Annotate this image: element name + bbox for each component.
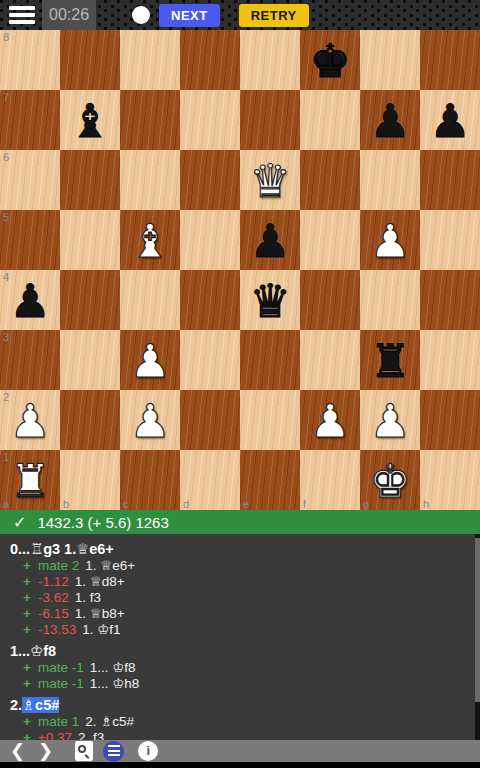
square-b5[interactable] bbox=[60, 210, 120, 270]
analysis-variation-row[interactable]: +-13.531. ♔f1 bbox=[0, 622, 480, 638]
expand-plus-icon[interactable]: + bbox=[23, 730, 31, 740]
eval-value: mate 2 bbox=[38, 558, 79, 573]
rank-label: 3 bbox=[3, 331, 9, 343]
expand-plus-icon[interactable]: + bbox=[23, 606, 31, 621]
variation-move: 1. ♕b8+ bbox=[75, 606, 125, 621]
square-b4[interactable] bbox=[60, 270, 120, 330]
analysis-variation-row[interactable]: +mate -11... ♔f8 bbox=[0, 660, 480, 676]
square-h2[interactable] bbox=[420, 390, 480, 450]
square-f5[interactable] bbox=[300, 210, 360, 270]
square-h5[interactable] bbox=[420, 210, 480, 270]
square-f2[interactable]: ♟ bbox=[300, 390, 360, 450]
eval-value: -1.12 bbox=[38, 574, 69, 589]
square-h3[interactable] bbox=[420, 330, 480, 390]
square-e3[interactable] bbox=[240, 330, 300, 390]
move-text: 1...♔f8 bbox=[10, 643, 56, 659]
square-a1[interactable]: 1a♜ bbox=[0, 450, 60, 510]
eval-value: -13.53 bbox=[38, 622, 76, 637]
square-a7[interactable]: 7 bbox=[0, 90, 60, 150]
square-e4[interactable]: ♛ bbox=[240, 270, 300, 330]
square-g5[interactable]: ♟ bbox=[360, 210, 420, 270]
white-pawn: ♟ bbox=[0, 390, 60, 450]
square-d3[interactable] bbox=[180, 330, 240, 390]
black-pawn: ♟ bbox=[420, 90, 480, 150]
square-c8[interactable] bbox=[120, 30, 180, 90]
square-g1[interactable]: g♚ bbox=[360, 450, 420, 510]
square-g8[interactable] bbox=[360, 30, 420, 90]
white-pawn: ♟ bbox=[120, 390, 180, 450]
move-list-icon[interactable] bbox=[103, 741, 124, 762]
square-f4[interactable] bbox=[300, 270, 360, 330]
eval-value: mate -1 bbox=[38, 676, 84, 691]
eval-value: +0.37 bbox=[38, 730, 72, 740]
rank-label: 2 bbox=[3, 391, 9, 403]
white-pawn: ♟ bbox=[300, 390, 360, 450]
retry-button[interactable]: RETRY bbox=[239, 4, 309, 27]
square-b1[interactable]: b bbox=[60, 450, 120, 510]
rank-label: 5 bbox=[3, 211, 9, 223]
square-b3[interactable] bbox=[60, 330, 120, 390]
rank-label: 7 bbox=[3, 91, 9, 103]
square-c7[interactable] bbox=[120, 90, 180, 150]
prev-move-icon[interactable]: ❮ bbox=[10, 740, 25, 762]
analysis-variation-row[interactable]: +-3.621. f3 bbox=[0, 590, 480, 606]
file-label: b bbox=[63, 498, 69, 510]
variation-move: 2. f3 bbox=[78, 730, 104, 740]
variation-move: 1... ♔h8 bbox=[90, 676, 140, 691]
square-a2[interactable]: 2♟ bbox=[0, 390, 60, 450]
white-king: ♚ bbox=[360, 450, 420, 510]
black-rook: ♜ bbox=[360, 330, 420, 390]
square-e2[interactable] bbox=[240, 390, 300, 450]
analysis-move-header-2[interactable]: 2.♗c5# bbox=[0, 697, 480, 714]
scrollbar-thumb[interactable] bbox=[475, 538, 480, 702]
move-text: 2. bbox=[10, 697, 22, 713]
square-c3[interactable]: ♟ bbox=[120, 330, 180, 390]
analysis-variation-row[interactable]: +-6.151. ♕b8+ bbox=[0, 606, 480, 622]
rank-label: 8 bbox=[3, 31, 9, 43]
black-bishop: ♝ bbox=[60, 90, 120, 150]
square-g4[interactable] bbox=[360, 270, 420, 330]
rank-label: 6 bbox=[3, 151, 9, 163]
file-label: g bbox=[363, 498, 369, 510]
square-c2[interactable]: ♟ bbox=[120, 390, 180, 450]
black-pawn: ♟ bbox=[240, 210, 300, 270]
variation-move: 1. ♔f1 bbox=[82, 622, 120, 637]
square-e6[interactable]: ♛ bbox=[240, 150, 300, 210]
square-f8[interactable]: ♚ bbox=[300, 30, 360, 90]
info-icon[interactable]: i bbox=[138, 741, 158, 761]
check-icon: ✓ bbox=[13, 513, 26, 532]
square-f1[interactable]: f bbox=[300, 450, 360, 510]
square-d5[interactable] bbox=[180, 210, 240, 270]
black-pawn: ♟ bbox=[0, 270, 60, 330]
square-h7[interactable]: ♟ bbox=[420, 90, 480, 150]
square-h1[interactable]: h bbox=[420, 450, 480, 510]
top-bar: 00:26 NEXT RETRY bbox=[0, 0, 480, 30]
analysis-variation-row[interactable]: ++0.372. f3 bbox=[0, 730, 480, 740]
square-e5[interactable]: ♟ bbox=[240, 210, 300, 270]
bottom-black-strip bbox=[0, 762, 480, 768]
black-pawn: ♟ bbox=[360, 90, 420, 150]
expand-plus-icon[interactable]: + bbox=[23, 574, 31, 589]
square-c6[interactable] bbox=[120, 150, 180, 210]
puzzle-clock: 00:26 bbox=[42, 0, 96, 30]
variation-move: 1. f3 bbox=[75, 590, 101, 605]
square-f3[interactable] bbox=[300, 330, 360, 390]
variation-move: 2. ♗c5# bbox=[85, 714, 134, 729]
rank-label: 4 bbox=[3, 271, 9, 283]
analysis-move-header-0[interactable]: 0...♖g3 1.♕e6+ bbox=[0, 541, 480, 558]
file-label: e bbox=[243, 498, 249, 510]
eval-value: mate 1 bbox=[38, 714, 79, 729]
square-h4[interactable] bbox=[420, 270, 480, 330]
analysis-variation-row[interactable]: +mate -11... ♔h8 bbox=[0, 676, 480, 692]
variation-move: 1. ♕e6+ bbox=[85, 558, 135, 573]
analysis-variation-row[interactable]: +mate 21. ♕e6+ bbox=[0, 558, 480, 574]
scrollbar-track bbox=[475, 534, 480, 740]
analysis-variation-row[interactable]: +-1.121. ♕d8+ bbox=[0, 574, 480, 590]
bottom-toolbar: ❮ ❯ i bbox=[0, 740, 480, 762]
app-screen: 00:26 NEXT RETRY 8♚7♝♟♟6♛5♝♟♟4♟♛3♟♜2♟♟♟♟… bbox=[0, 0, 480, 768]
next-button[interactable]: NEXT bbox=[159, 4, 220, 27]
variation-move: 1... ♔f8 bbox=[90, 660, 136, 675]
expand-plus-icon[interactable]: + bbox=[23, 622, 31, 637]
square-c4[interactable] bbox=[120, 270, 180, 330]
square-d1[interactable]: d bbox=[180, 450, 240, 510]
square-b8[interactable] bbox=[60, 30, 120, 90]
square-d6[interactable] bbox=[180, 150, 240, 210]
variation-move: 1. ♕d8+ bbox=[75, 574, 125, 589]
eval-value: -6.15 bbox=[38, 606, 69, 621]
square-f7[interactable] bbox=[300, 90, 360, 150]
analysis-board-icon[interactable] bbox=[75, 741, 93, 761]
white-queen: ♛ bbox=[240, 150, 300, 210]
file-label: a bbox=[3, 498, 9, 510]
square-h8[interactable] bbox=[420, 30, 480, 90]
square-d7[interactable] bbox=[180, 90, 240, 150]
result-bar: ✓ 1432.3 (+ 5.6) 1263 bbox=[0, 510, 480, 534]
analysis-variation-row[interactable]: +mate 12. ♗c5# bbox=[0, 714, 480, 730]
square-a6[interactable]: 6 bbox=[0, 150, 60, 210]
expand-plus-icon[interactable]: + bbox=[23, 590, 31, 605]
white-pawn: ♟ bbox=[360, 210, 420, 270]
turn-indicator-white-circle bbox=[132, 6, 150, 24]
expand-plus-icon[interactable]: + bbox=[23, 676, 31, 691]
expand-plus-icon[interactable]: + bbox=[23, 714, 31, 729]
expand-plus-icon[interactable]: + bbox=[23, 558, 31, 573]
square-a3[interactable]: 3 bbox=[0, 330, 60, 390]
file-label: f bbox=[303, 498, 306, 510]
square-c1[interactable]: c bbox=[120, 450, 180, 510]
analysis-panel: 0...♖g3 1.♕e6++mate 21. ♕e6++-1.121. ♕d8… bbox=[0, 534, 480, 740]
black-king: ♚ bbox=[300, 30, 360, 90]
square-f6[interactable] bbox=[300, 150, 360, 210]
square-d4[interactable] bbox=[180, 270, 240, 330]
square-g6[interactable] bbox=[360, 150, 420, 210]
square-c5[interactable]: ♝ bbox=[120, 210, 180, 270]
white-pawn: ♟ bbox=[120, 330, 180, 390]
square-g2[interactable]: ♟ bbox=[360, 390, 420, 450]
file-label: h bbox=[423, 498, 429, 510]
black-queen: ♛ bbox=[240, 270, 300, 330]
square-e8[interactable] bbox=[240, 30, 300, 90]
white-pawn: ♟ bbox=[360, 390, 420, 450]
square-a4[interactable]: 4♟ bbox=[0, 270, 60, 330]
eval-value: -3.62 bbox=[38, 590, 69, 605]
expand-plus-icon[interactable]: + bbox=[23, 660, 31, 675]
file-label: c bbox=[123, 498, 129, 510]
file-label: d bbox=[183, 498, 189, 510]
chess-board: 8♚7♝♟♟6♛5♝♟♟4♟♛3♟♜2♟♟♟♟1a♜bcdefg♚h bbox=[0, 30, 480, 510]
square-e1[interactable]: e bbox=[240, 450, 300, 510]
next-move-icon[interactable]: ❯ bbox=[38, 740, 53, 762]
square-a8[interactable]: 8 bbox=[0, 30, 60, 90]
rank-label: 1 bbox=[3, 451, 9, 463]
analysis-move-header-1[interactable]: 1...♔f8 bbox=[0, 643, 480, 660]
square-d8[interactable] bbox=[180, 30, 240, 90]
square-e7[interactable] bbox=[240, 90, 300, 150]
square-b6[interactable] bbox=[60, 150, 120, 210]
white-bishop: ♝ bbox=[120, 210, 180, 270]
rating-text: 1432.3 (+ 5.6) 1263 bbox=[37, 514, 168, 531]
square-a5[interactable]: 5 bbox=[0, 210, 60, 270]
square-b7[interactable]: ♝ bbox=[60, 90, 120, 150]
square-h6[interactable] bbox=[420, 150, 480, 210]
white-rook: ♜ bbox=[0, 450, 60, 510]
square-g7[interactable]: ♟ bbox=[360, 90, 420, 150]
selected-move: ♗c5# bbox=[22, 697, 59, 713]
square-g3[interactable]: ♜ bbox=[360, 330, 420, 390]
square-b2[interactable] bbox=[60, 390, 120, 450]
menu-icon[interactable] bbox=[9, 6, 35, 24]
move-text: 0...♖g3 1.♕e6+ bbox=[10, 541, 114, 557]
eval-value: mate -1 bbox=[38, 660, 84, 675]
square-d2[interactable] bbox=[180, 390, 240, 450]
